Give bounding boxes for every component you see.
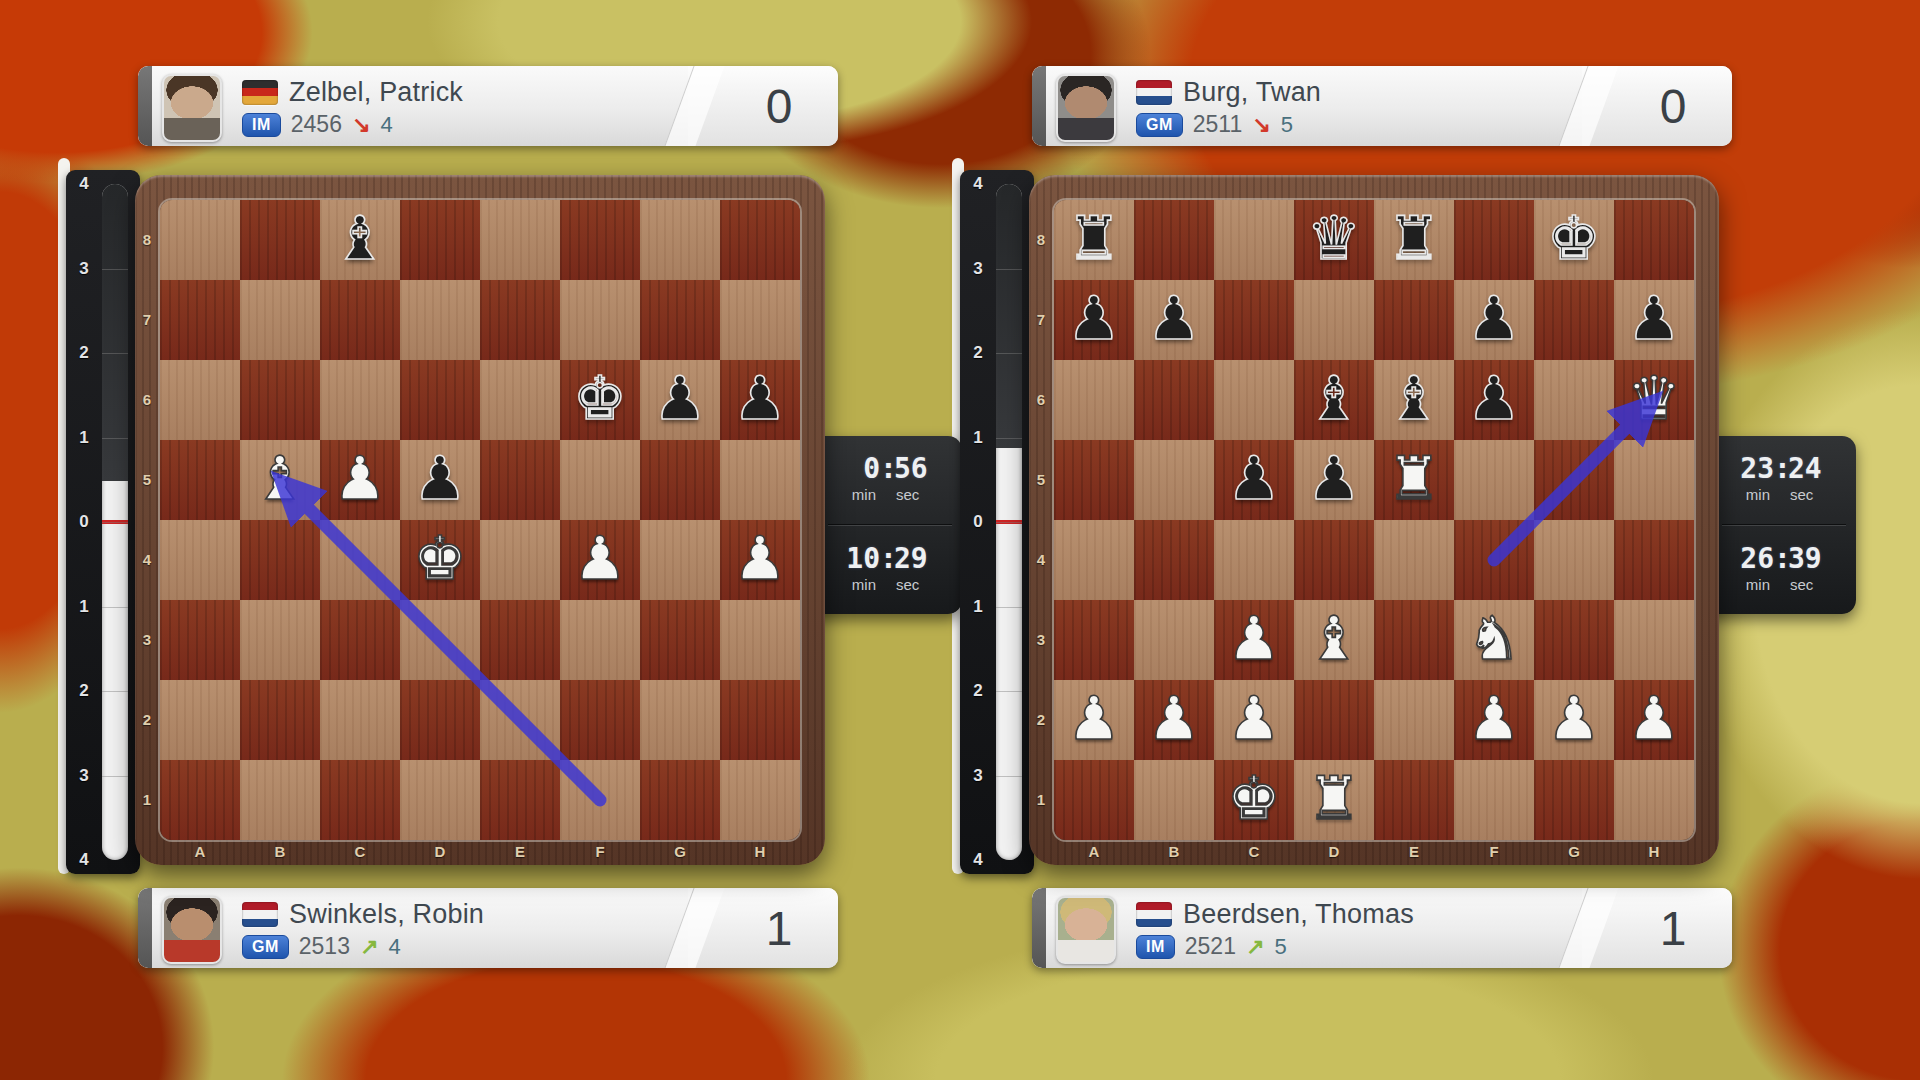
title-badge: GM <box>242 935 289 959</box>
arrow-up-icon: ↗ <box>1246 934 1264 960</box>
top-player-clock: 23 : 24 min sec <box>1722 436 1846 525</box>
square-b4 <box>1134 520 1214 600</box>
eval-label: 4 <box>70 850 98 870</box>
square-h6: ♟ <box>720 360 800 440</box>
square-b4 <box>240 520 320 600</box>
square-b1 <box>1134 760 1214 840</box>
eval-label: 4 <box>964 850 992 870</box>
eval-label: 3 <box>70 259 98 279</box>
file-label: E <box>480 840 560 864</box>
square-a1 <box>160 760 240 840</box>
clock-seconds: 24 <box>1788 452 1840 485</box>
eval-scale-labels: 432101234 <box>70 184 98 860</box>
square-g5 <box>1534 440 1614 520</box>
square-a6 <box>1054 360 1134 440</box>
file-label: B <box>240 840 320 864</box>
square-c6 <box>320 360 400 440</box>
square-c5: ♟ <box>320 440 400 520</box>
rating-trend-value: 4 <box>388 934 400 960</box>
square-e6: ♝ <box>1374 360 1454 440</box>
file-label: H <box>1614 840 1694 864</box>
black-pawn-g6: ♟ <box>653 368 707 428</box>
square-b6 <box>1134 360 1214 440</box>
square-e2 <box>480 680 560 760</box>
square-b2: ♟ <box>1134 680 1214 760</box>
square-d6: ♝ <box>1294 360 1374 440</box>
square-f3: ♞ <box>1454 600 1534 680</box>
file-coordinates: ABCDEFGH <box>1054 840 1694 865</box>
square-g3 <box>1534 600 1614 680</box>
top-player-bar: Zelbel, Patrick IM 2456 ↘ 4 0 <box>138 66 838 146</box>
eval-track <box>102 184 128 860</box>
eval-label: 1 <box>70 428 98 448</box>
eval-label: 2 <box>964 343 992 363</box>
bottom-player-bar: Beerdsen, Thomas IM 2521 ↗ 5 1 <box>1032 888 1732 968</box>
country-flag-icon <box>1136 902 1172 927</box>
black-pawn-b7: ♟ <box>1147 288 1201 348</box>
square-a5 <box>160 440 240 520</box>
rank-label: 1 <box>135 760 159 840</box>
square-a4 <box>1054 520 1134 600</box>
eval-tick <box>996 353 1022 354</box>
square-h2 <box>720 680 800 760</box>
square-c5: ♟ <box>1214 440 1294 520</box>
arrow-down-icon: ↘ <box>352 112 370 138</box>
square-d2 <box>400 680 480 760</box>
chess-board[interactable]: 87654321 ABCDEFGH ♝♚♟♟♝♟♟♚♟♟ <box>135 175 825 865</box>
eval-label: 4 <box>70 174 98 194</box>
rank-label: 4 <box>135 520 159 600</box>
square-h7 <box>720 280 800 360</box>
black-king-f6: ♚ <box>573 368 627 428</box>
eval-scale-labels: 432101234 <box>964 184 992 860</box>
clock-minutes: 10 <box>828 542 880 575</box>
square-e7 <box>480 280 560 360</box>
square-c7 <box>320 280 400 360</box>
square-f5 <box>1454 440 1534 520</box>
square-d1: ♜ <box>1294 760 1374 840</box>
square-b3 <box>240 600 320 680</box>
clock-minutes: 0 <box>828 452 880 485</box>
eval-tick <box>996 522 1022 523</box>
square-a7 <box>160 280 240 360</box>
square-b5: ♝ <box>240 440 320 520</box>
eval-tick <box>102 353 128 354</box>
game-panel-2: 432101234 Burg, Twan GM 2511 ↘ 5 0 8 <box>952 58 1867 998</box>
game-clock: 0 : 56 min sec 10 : 29 min <box>810 436 962 614</box>
player-rating: 2521 <box>1185 933 1236 960</box>
square-h1 <box>1614 760 1694 840</box>
rating-trend-value: 5 <box>1274 934 1286 960</box>
sec-label: sec <box>894 576 946 593</box>
player-rating: 2513 <box>299 933 350 960</box>
square-c2: ♟ <box>1214 680 1294 760</box>
square-a6 <box>160 360 240 440</box>
eval-label: 1 <box>70 597 98 617</box>
white-knight-f3: ♞ <box>1467 608 1521 668</box>
bottom-player-clock: 10 : 29 min sec <box>828 525 952 615</box>
rank-label: 1 <box>1029 760 1053 840</box>
square-h4: ♟ <box>720 520 800 600</box>
square-g8: ♚ <box>1534 200 1614 280</box>
square-h3 <box>1614 600 1694 680</box>
eval-tick <box>996 776 1022 777</box>
square-f2: ♟ <box>1454 680 1534 760</box>
eval-label: 2 <box>70 343 98 363</box>
sec-label: sec <box>1788 486 1840 503</box>
square-d2 <box>1294 680 1374 760</box>
top-player-clock: 0 : 56 min sec <box>828 436 952 525</box>
white-king-c1: ♚ <box>1227 768 1281 828</box>
eval-label: 3 <box>70 766 98 786</box>
square-h7: ♟ <box>1614 280 1694 360</box>
file-label: F <box>560 840 640 864</box>
square-e3 <box>480 600 560 680</box>
square-e1 <box>1374 760 1454 840</box>
country-flag-icon <box>242 902 278 927</box>
white-pawn-g2: ♟ <box>1547 688 1601 748</box>
square-b2 <box>240 680 320 760</box>
white-rook-e5: ♜ <box>1387 448 1441 508</box>
square-d5: ♟ <box>400 440 480 520</box>
file-label: C <box>320 840 400 864</box>
match-score: 0 <box>744 79 814 134</box>
black-pawn-a7: ♟ <box>1067 288 1121 348</box>
title-badge: IM <box>1136 935 1175 959</box>
square-f4 <box>1454 520 1534 600</box>
square-c7 <box>1214 280 1294 360</box>
square-d6 <box>400 360 480 440</box>
square-a5 <box>1054 440 1134 520</box>
eval-label: 2 <box>70 681 98 701</box>
square-d7 <box>1294 280 1374 360</box>
square-f8 <box>1454 200 1534 280</box>
min-label: min <box>828 576 880 593</box>
eval-tick <box>102 522 128 523</box>
black-king-g8: ♚ <box>1547 208 1601 268</box>
white-pawn-h2: ♟ <box>1627 688 1681 748</box>
square-f6: ♚ <box>560 360 640 440</box>
square-g1 <box>640 760 720 840</box>
square-e1 <box>480 760 560 840</box>
square-f6: ♟ <box>1454 360 1534 440</box>
square-g7 <box>1534 280 1614 360</box>
white-pawn-f4: ♟ <box>573 528 627 588</box>
player-avatar <box>1056 74 1116 142</box>
square-f1 <box>1454 760 1534 840</box>
black-bishop-d6: ♝ <box>1307 368 1361 428</box>
black-pawn-h7: ♟ <box>1627 288 1681 348</box>
square-g2: ♟ <box>1534 680 1614 760</box>
arrow-up-icon: ↗ <box>360 934 378 960</box>
white-pawn-c2: ♟ <box>1227 688 1281 748</box>
rank-label: 7 <box>135 280 159 360</box>
square-h6: ♛ <box>1614 360 1694 440</box>
player-rating: 2456 <box>291 111 342 138</box>
white-queen-h6: ♛ <box>1627 368 1681 428</box>
square-c4 <box>1214 520 1294 600</box>
eval-tick <box>996 438 1022 439</box>
square-e8 <box>480 200 560 280</box>
square-d3 <box>400 600 480 680</box>
square-e7 <box>1374 280 1454 360</box>
rating-trend-value: 4 <box>380 112 392 138</box>
square-b7: ♟ <box>1134 280 1214 360</box>
square-f2 <box>560 680 640 760</box>
square-g5 <box>640 440 720 520</box>
bottom-player-bar: Swinkels, Robin GM 2513 ↗ 4 1 <box>138 888 838 968</box>
square-h2: ♟ <box>1614 680 1694 760</box>
square-g7 <box>640 280 720 360</box>
white-pawn-a2: ♟ <box>1067 688 1121 748</box>
white-bishop-b5: ♝ <box>253 448 307 508</box>
square-c8 <box>1214 200 1294 280</box>
square-c4 <box>320 520 400 600</box>
black-queen-d8: ♛ <box>1307 208 1361 268</box>
game-clock: 23 : 24 min sec 26 : 39 min <box>1704 436 1856 614</box>
rating-trend-value: 5 <box>1281 112 1293 138</box>
square-f4: ♟ <box>560 520 640 600</box>
square-d7 <box>400 280 480 360</box>
rank-label: 5 <box>135 440 159 520</box>
black-bishop-c8: ♝ <box>333 208 387 268</box>
square-c1: ♚ <box>1214 760 1294 840</box>
rank-label: 7 <box>1029 280 1053 360</box>
square-d4 <box>1294 520 1374 600</box>
square-h8 <box>1614 200 1694 280</box>
square-e5 <box>480 440 560 520</box>
square-d5: ♟ <box>1294 440 1374 520</box>
square-f7 <box>560 280 640 360</box>
player-avatar <box>1056 896 1116 964</box>
square-e4 <box>1374 520 1454 600</box>
eval-label: 2 <box>964 681 992 701</box>
square-g4 <box>640 520 720 600</box>
eval-label: 3 <box>964 259 992 279</box>
eval-label: 0 <box>964 512 992 532</box>
square-c8: ♝ <box>320 200 400 280</box>
white-pawn-c3: ♟ <box>1227 608 1281 668</box>
eval-tick <box>102 438 128 439</box>
title-badge: IM <box>242 113 281 137</box>
white-pawn-b2: ♟ <box>1147 688 1201 748</box>
eval-label: 4 <box>964 174 992 194</box>
black-pawn-d5: ♟ <box>1307 448 1361 508</box>
chess-board[interactable]: 87654321 ABCDEFGH ♜♛♜♚♟♟♟♟♝♝♟♛♟♟♜♟♝♞♟♟♟♟… <box>1029 175 1719 865</box>
square-a1 <box>1054 760 1134 840</box>
square-a3 <box>1054 600 1134 680</box>
black-pawn-h6: ♟ <box>733 368 787 428</box>
rank-coordinates: 87654321 <box>135 200 160 840</box>
white-bishop-d3: ♝ <box>1307 608 1361 668</box>
white-pawn-f2: ♟ <box>1467 688 1521 748</box>
square-c2 <box>320 680 400 760</box>
square-c3 <box>320 600 400 680</box>
black-bishop-e6: ♝ <box>1387 368 1441 428</box>
square-h5 <box>1614 440 1694 520</box>
black-pawn-f7: ♟ <box>1467 288 1521 348</box>
white-rook-d1: ♜ <box>1307 768 1361 828</box>
black-pawn-d5: ♟ <box>413 448 467 508</box>
rank-label: 3 <box>135 600 159 680</box>
white-pawn-h4: ♟ <box>733 528 787 588</box>
file-label: H <box>720 840 800 864</box>
rank-coordinates: 87654321 <box>1029 200 1054 840</box>
square-h8 <box>720 200 800 280</box>
square-a4 <box>160 520 240 600</box>
file-label: B <box>1134 840 1214 864</box>
square-a2 <box>160 680 240 760</box>
rank-label: 6 <box>1029 360 1053 440</box>
country-flag-icon <box>242 80 278 105</box>
board-squares: ♝♚♟♟♝♟♟♚♟♟ <box>160 200 800 840</box>
square-e8: ♜ <box>1374 200 1454 280</box>
evaluation-bar: 432101234 <box>960 170 1034 874</box>
square-h4 <box>1614 520 1694 600</box>
rank-label: 5 <box>1029 440 1053 520</box>
white-king-d4: ♚ <box>413 528 467 588</box>
square-a2: ♟ <box>1054 680 1134 760</box>
player-rating: 2511 <box>1193 111 1242 138</box>
country-flag-icon <box>1136 80 1172 105</box>
square-g1 <box>1534 760 1614 840</box>
rank-label: 4 <box>1029 520 1053 600</box>
match-score: 1 <box>744 901 814 956</box>
square-a8 <box>160 200 240 280</box>
eval-label: 0 <box>70 512 98 532</box>
eval-tick <box>102 691 128 692</box>
title-badge: GM <box>1136 113 1183 137</box>
square-d3: ♝ <box>1294 600 1374 680</box>
file-label: E <box>1374 840 1454 864</box>
rank-label: 2 <box>135 680 159 760</box>
player-avatar <box>162 74 222 142</box>
eval-label: 1 <box>964 428 992 448</box>
player-name: Zelbel, Patrick <box>289 77 463 108</box>
rank-label: 8 <box>1029 200 1053 280</box>
square-d8 <box>400 200 480 280</box>
eval-track <box>996 184 1022 860</box>
square-g3 <box>640 600 720 680</box>
min-label: min <box>1722 486 1774 503</box>
square-b7 <box>240 280 320 360</box>
square-e4 <box>480 520 560 600</box>
square-g2 <box>640 680 720 760</box>
arrow-down-icon: ↘ <box>1252 112 1270 138</box>
file-label: G <box>1534 840 1614 864</box>
player-name: Swinkels, Robin <box>289 899 484 930</box>
square-e2 <box>1374 680 1454 760</box>
square-b8 <box>1134 200 1214 280</box>
eval-black-section <box>996 184 1022 448</box>
clock-seconds: 56 <box>894 452 946 485</box>
eval-label: 3 <box>964 766 992 786</box>
square-h3 <box>720 600 800 680</box>
square-d4: ♚ <box>400 520 480 600</box>
clock-minutes: 26 <box>1722 542 1774 575</box>
rank-label: 8 <box>135 200 159 280</box>
file-label: A <box>160 840 240 864</box>
white-pawn-c5: ♟ <box>333 448 387 508</box>
square-a3 <box>160 600 240 680</box>
square-e6 <box>480 360 560 440</box>
top-player-bar: Burg, Twan GM 2511 ↘ 5 0 <box>1032 66 1732 146</box>
eval-tick <box>102 607 128 608</box>
square-f1 <box>560 760 640 840</box>
square-f3 <box>560 600 640 680</box>
evaluation-bar: 432101234 <box>66 170 140 874</box>
square-b5 <box>1134 440 1214 520</box>
square-c3: ♟ <box>1214 600 1294 680</box>
sec-label: sec <box>1788 576 1840 593</box>
square-b3 <box>1134 600 1214 680</box>
square-c6 <box>1214 360 1294 440</box>
file-label: G <box>640 840 720 864</box>
eval-tick <box>102 269 128 270</box>
clock-seconds: 39 <box>1788 542 1840 575</box>
eval-tick <box>996 607 1022 608</box>
eval-tick <box>102 776 128 777</box>
square-g6 <box>1534 360 1614 440</box>
file-label: C <box>1214 840 1294 864</box>
rank-label: 2 <box>1029 680 1053 760</box>
eval-tick <box>996 691 1022 692</box>
file-label: A <box>1054 840 1134 864</box>
square-a8: ♜ <box>1054 200 1134 280</box>
eval-tick <box>996 269 1022 270</box>
square-a7: ♟ <box>1054 280 1134 360</box>
square-h5 <box>720 440 800 520</box>
clock-minutes: 23 <box>1722 452 1774 485</box>
clock-seconds: 29 <box>894 542 946 575</box>
square-g4 <box>1534 520 1614 600</box>
player-name: Burg, Twan <box>1183 77 1321 108</box>
game-panel-1: 432101234 Zelbel, Patrick IM 2456 ↘ 4 0 <box>58 58 973 998</box>
player-avatar <box>162 896 222 964</box>
square-f8 <box>560 200 640 280</box>
square-b1 <box>240 760 320 840</box>
file-label: D <box>400 840 480 864</box>
min-label: min <box>828 486 880 503</box>
match-score: 1 <box>1638 901 1708 956</box>
black-rook-a8: ♜ <box>1067 208 1121 268</box>
square-g8 <box>640 200 720 280</box>
square-d8: ♛ <box>1294 200 1374 280</box>
black-rook-e8: ♜ <box>1387 208 1441 268</box>
rank-label: 3 <box>1029 600 1053 680</box>
square-h1 <box>720 760 800 840</box>
file-label: F <box>1454 840 1534 864</box>
eval-label: 1 <box>964 597 992 617</box>
square-f5 <box>560 440 640 520</box>
black-pawn-f6: ♟ <box>1467 368 1521 428</box>
board-squares: ♜♛♜♚♟♟♟♟♝♝♟♛♟♟♜♟♝♞♟♟♟♟♟♟♚♜ <box>1054 200 1694 840</box>
square-b6 <box>240 360 320 440</box>
square-b8 <box>240 200 320 280</box>
file-coordinates: ABCDEFGH <box>160 840 800 865</box>
square-f7: ♟ <box>1454 280 1534 360</box>
bottom-player-clock: 26 : 39 min sec <box>1722 525 1846 615</box>
square-c1 <box>320 760 400 840</box>
sec-label: sec <box>894 486 946 503</box>
square-e5: ♜ <box>1374 440 1454 520</box>
rank-label: 6 <box>135 360 159 440</box>
square-g6: ♟ <box>640 360 720 440</box>
black-pawn-c5: ♟ <box>1227 448 1281 508</box>
min-label: min <box>1722 576 1774 593</box>
square-e3 <box>1374 600 1454 680</box>
match-score: 0 <box>1638 79 1708 134</box>
